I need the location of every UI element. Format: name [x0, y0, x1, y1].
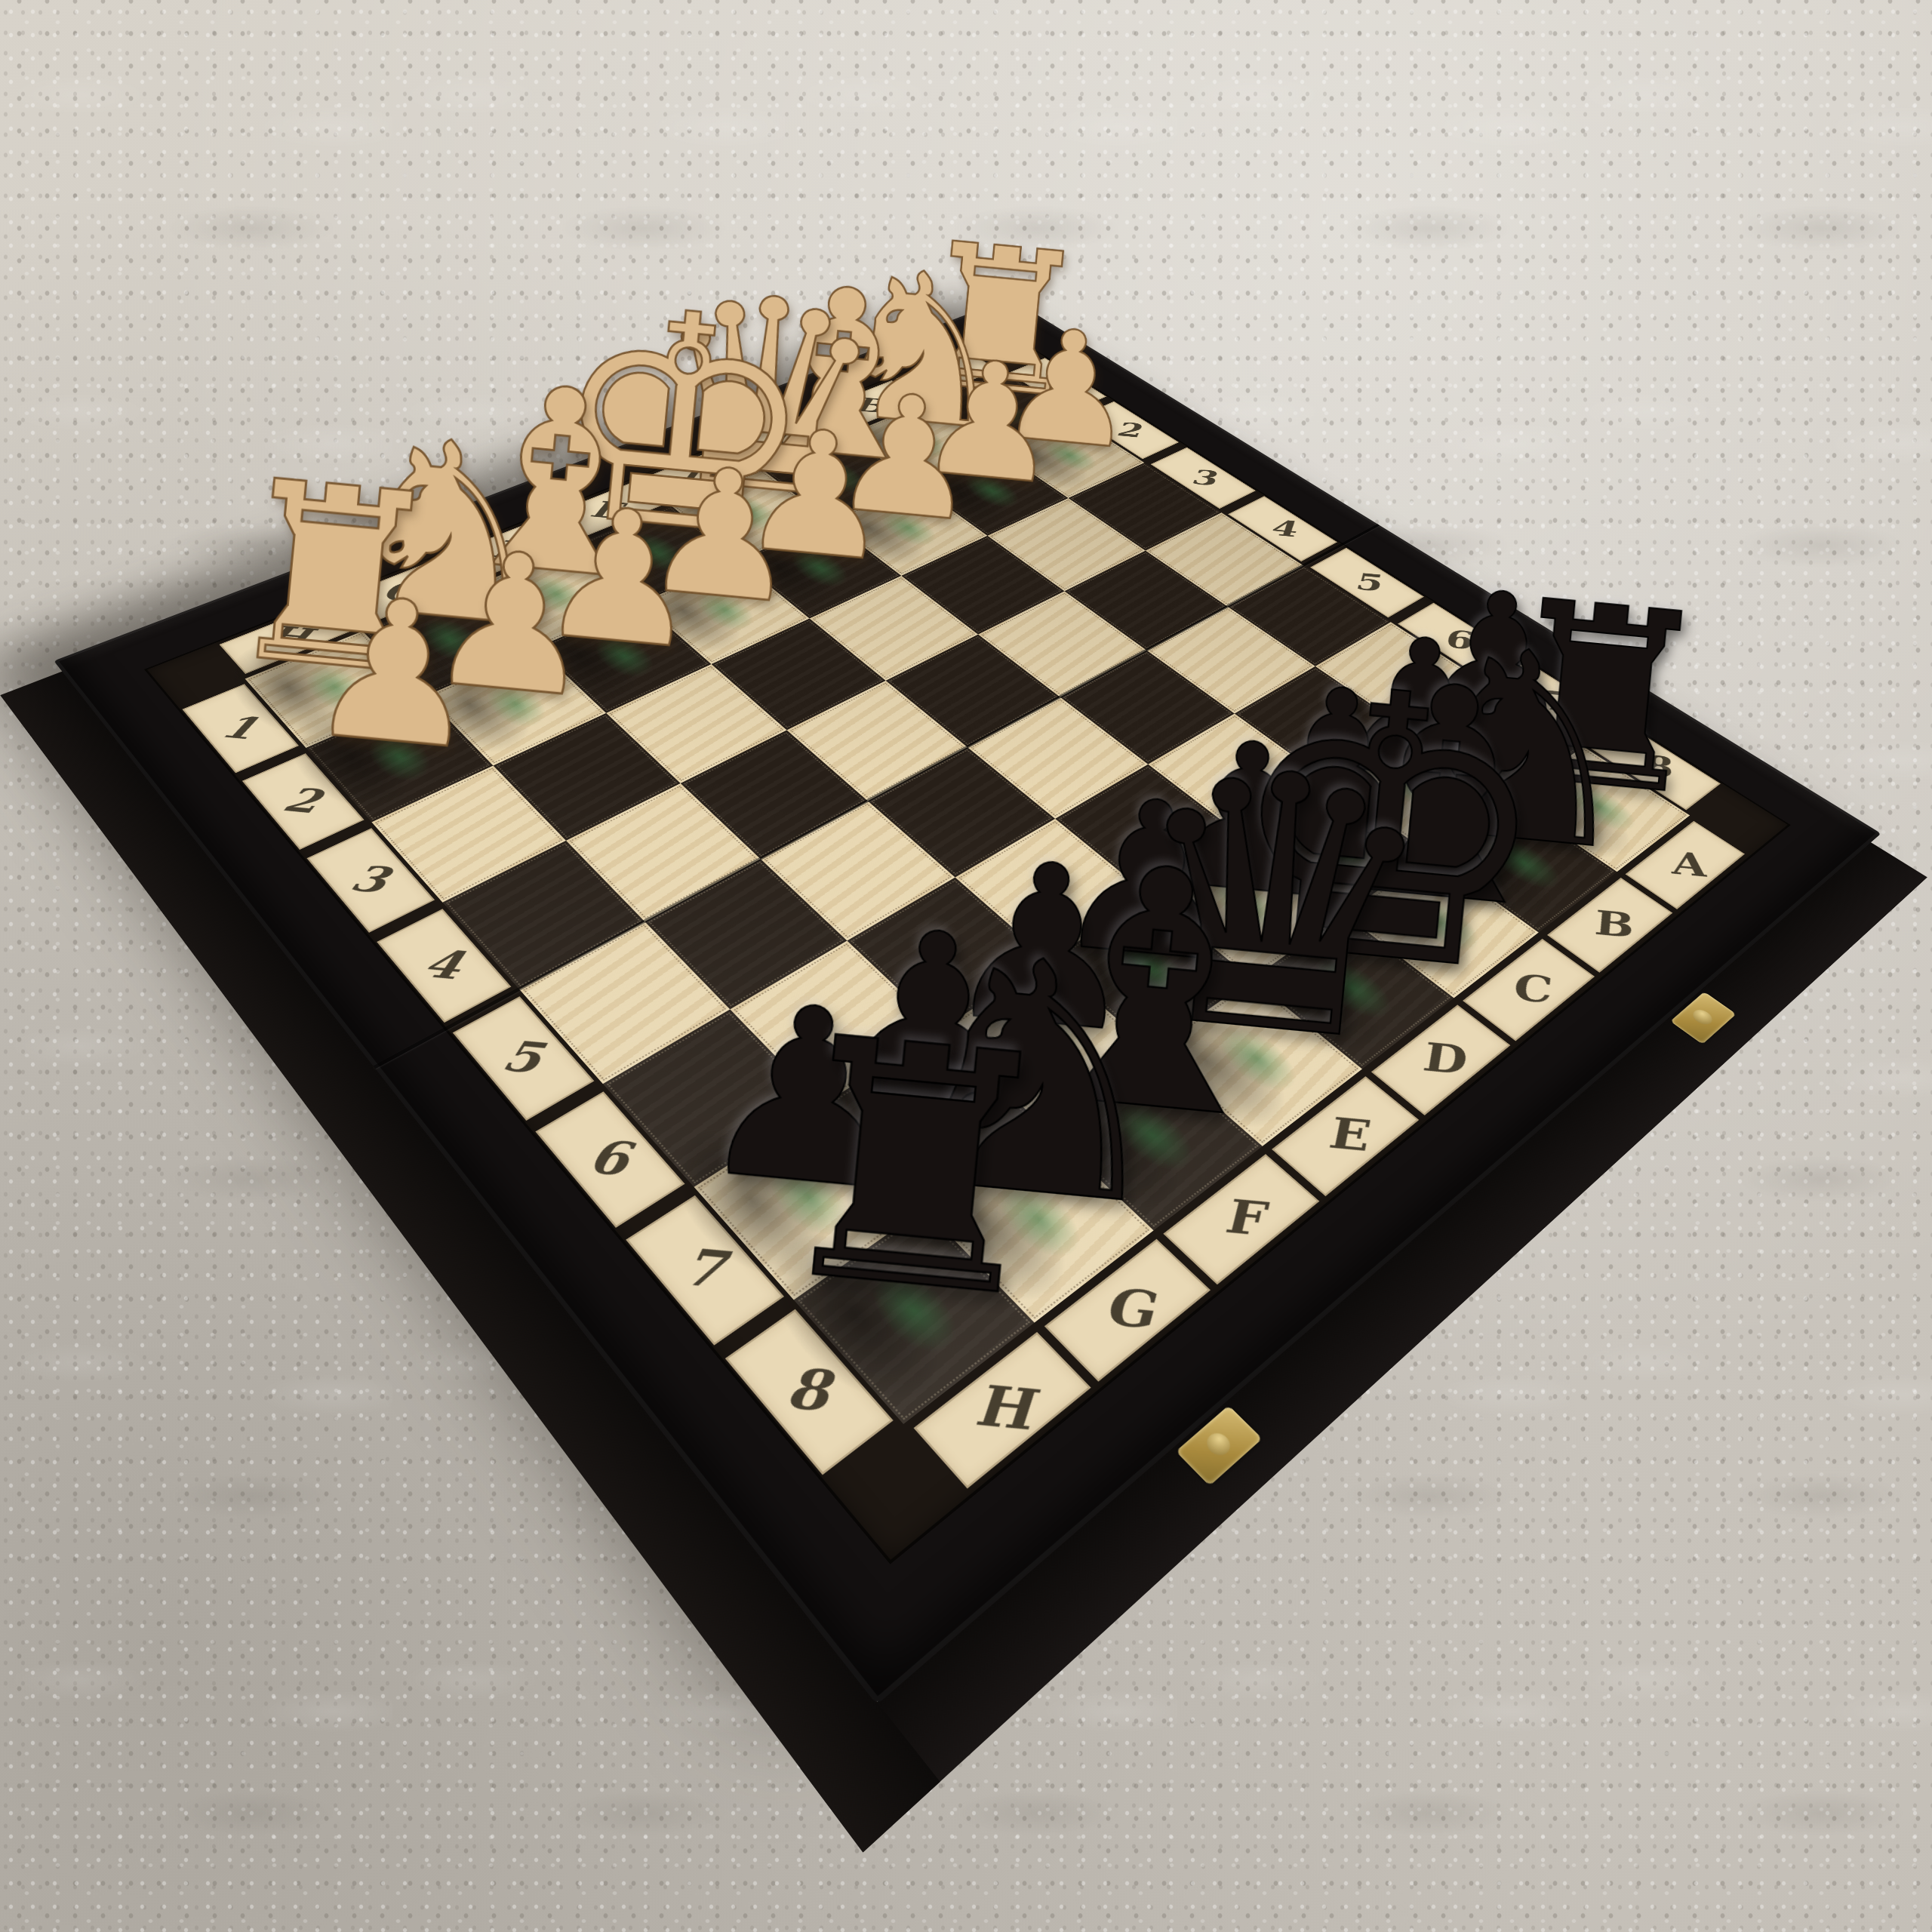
- piece-white-pawn-h2[interactable]: ♟: [398, 757, 400, 758]
- coordinate-glyph: E: [587, 497, 624, 522]
- piece-black-rook-h8[interactable]: ♜: [912, 1312, 915, 1314]
- photo-scene: AA11BB22CC33DD44EE55FF66GG77HH88 ♜♟♟♜♞♟♟…: [0, 0, 1932, 1932]
- clasp-knob-icon: [1202, 1429, 1235, 1460]
- coordinate-glyph: 2: [1115, 419, 1140, 440]
- pawn-glyph: ♟: [263, 571, 531, 774]
- coordinate-glyph: B: [853, 395, 886, 417]
- coordinate-glyph: D: [680, 461, 718, 485]
- coordinate-glyph: 1: [1044, 374, 1069, 395]
- coordinate-glyph: 3: [1190, 466, 1217, 489]
- coordinate-glyph: C: [770, 427, 804, 450]
- chess-board: AA11BB22CC33DD44EE55FF66GG77HH88 ♜♟♟♜♞♟♟…: [54, 298, 1881, 1705]
- clasp-knob-icon: [1690, 1007, 1716, 1027]
- board-scene: AA11BB22CC33DD44EE55FF66GG77HH88 ♜♟♟♜♞♟♟…: [0, 0, 1932, 1932]
- coordinate-glyph: 4: [1269, 516, 1297, 540]
- coordinate-glyph: A: [933, 364, 961, 384]
- rook-glyph: ♜: [740, 1004, 1091, 1336]
- coordinate-glyph: 5: [1352, 569, 1382, 595]
